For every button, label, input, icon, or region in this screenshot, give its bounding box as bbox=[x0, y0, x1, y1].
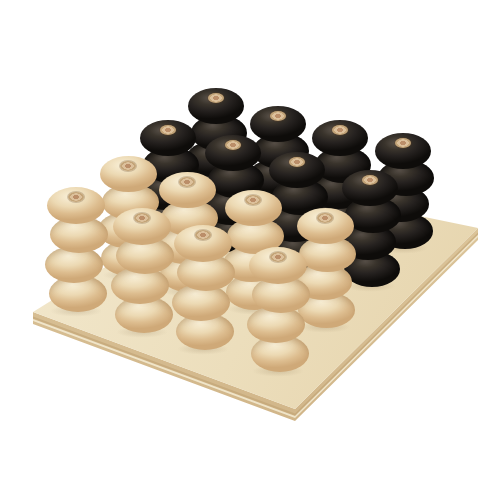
peg-hole bbox=[317, 213, 334, 223]
peg-hole bbox=[395, 138, 411, 148]
peg-hole bbox=[134, 213, 151, 223]
bead-black bbox=[269, 152, 325, 188]
bead-black bbox=[312, 120, 368, 156]
peg-hole bbox=[179, 177, 196, 187]
peg-hole bbox=[68, 192, 85, 202]
bead-wood bbox=[297, 208, 354, 244]
bead-black bbox=[342, 170, 398, 206]
peg-hole bbox=[195, 230, 212, 240]
bead-black bbox=[375, 133, 431, 169]
peg-hole bbox=[225, 140, 241, 150]
peg-hole bbox=[289, 157, 305, 167]
peg-hole bbox=[208, 93, 224, 103]
peg-hole bbox=[362, 175, 378, 185]
bead-black bbox=[205, 135, 261, 171]
product-photo-scene bbox=[0, 0, 500, 500]
bead-wood bbox=[47, 187, 105, 224]
bead-wood bbox=[249, 247, 307, 284]
peg-hole bbox=[270, 111, 286, 121]
bead-black bbox=[250, 106, 306, 142]
bead-wood bbox=[100, 156, 157, 192]
bead-black bbox=[188, 88, 244, 124]
bead-wood bbox=[159, 172, 216, 208]
peg-hole bbox=[160, 125, 176, 135]
peg-hole bbox=[270, 252, 287, 262]
peg-grid-4x4 bbox=[0, 0, 500, 500]
bead-wood bbox=[113, 208, 171, 245]
peg-hole bbox=[245, 195, 262, 205]
peg-hole bbox=[332, 125, 348, 135]
peg-hole bbox=[120, 161, 137, 171]
bead-wood bbox=[174, 225, 232, 262]
bead-wood bbox=[225, 190, 282, 226]
bead-black bbox=[140, 120, 196, 156]
